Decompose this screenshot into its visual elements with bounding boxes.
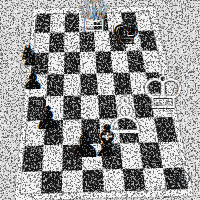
piece-black-king-g7[interactable]: ♚ [111, 15, 141, 49]
piece-black-pawn-b3[interactable]: ♟ [34, 102, 63, 134]
chessboard-photo: 8877665544332211abcdefgh©2CHESS ♔ ♕♚♞♟♔♙… [0, 0, 200, 200]
piece-black-bishop-e2[interactable]: ♝ [87, 119, 126, 163]
piece-white-queen-e8[interactable]: ♕ [74, 0, 113, 38]
piece-black-pawn-a5[interactable]: ♟ [21, 67, 44, 93]
